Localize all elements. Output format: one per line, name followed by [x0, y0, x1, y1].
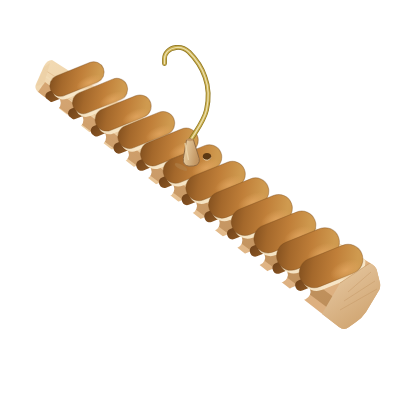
product-photo: [0, 0, 416, 416]
tie-rack-illustration: [0, 0, 416, 416]
ferrule-top-cap: [186, 138, 193, 141]
